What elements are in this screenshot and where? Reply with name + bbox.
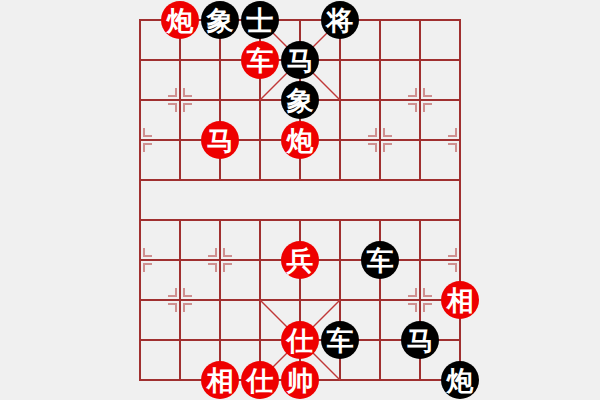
xiangqi-app: 炮象士将车马象马炮兵车相仕车马相仕帅炮 (0, 0, 600, 400)
piece-red-soldier[interactable]: 兵 (281, 241, 319, 279)
piece-black-horse[interactable]: 马 (401, 321, 439, 359)
piece-black-horse[interactable]: 马 (281, 41, 319, 79)
piece-red-advisor[interactable]: 仕 (281, 321, 319, 359)
pieces-layer: 炮象士将车马象马炮兵车相仕车马相仕帅炮 (0, 0, 600, 400)
piece-red-cannon[interactable]: 炮 (161, 1, 199, 39)
piece-red-cannon[interactable]: 炮 (281, 121, 319, 159)
piece-black-cannon[interactable]: 炮 (441, 361, 479, 399)
piece-black-chariot[interactable]: 车 (321, 321, 359, 359)
piece-black-elephant[interactable]: 象 (201, 1, 239, 39)
piece-red-horse[interactable]: 马 (201, 121, 239, 159)
piece-red-elephant[interactable]: 相 (201, 361, 239, 399)
piece-black-advisor[interactable]: 士 (241, 1, 279, 39)
piece-red-chariot[interactable]: 车 (241, 41, 279, 79)
piece-red-elephant[interactable]: 相 (441, 281, 479, 319)
piece-black-general[interactable]: 将 (321, 1, 359, 39)
piece-black-elephant[interactable]: 象 (281, 81, 319, 119)
piece-red-general[interactable]: 帅 (281, 361, 319, 399)
piece-black-chariot[interactable]: 车 (361, 241, 399, 279)
piece-red-advisor[interactable]: 仕 (241, 361, 279, 399)
